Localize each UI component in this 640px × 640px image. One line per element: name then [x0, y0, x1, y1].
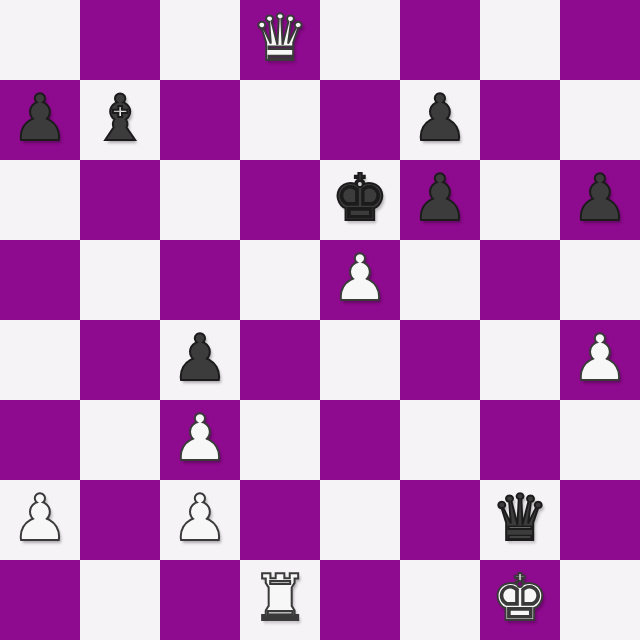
square-b5[interactable]	[80, 240, 160, 320]
square-a8[interactable]	[0, 0, 80, 80]
white-pawn-piece[interactable]: ♟	[571, 320, 628, 398]
square-h1[interactable]	[560, 560, 640, 640]
square-h6[interactable]: ♟	[560, 160, 640, 240]
square-c1[interactable]	[160, 560, 240, 640]
square-a4[interactable]	[0, 320, 80, 400]
white-pawn-piece[interactable]: ♟	[331, 240, 388, 318]
square-b8[interactable]	[80, 0, 160, 80]
square-a7[interactable]: ♟	[0, 80, 80, 160]
black-pawn-piece[interactable]: ♟	[171, 320, 228, 398]
square-d3[interactable]	[240, 400, 320, 480]
square-f7[interactable]: ♟	[400, 80, 480, 160]
square-f8[interactable]	[400, 0, 480, 80]
square-d7[interactable]	[240, 80, 320, 160]
square-c2[interactable]: ♟	[160, 480, 240, 560]
square-b3[interactable]	[80, 400, 160, 480]
black-pawn-piece[interactable]: ♟	[11, 80, 68, 158]
square-g4[interactable]	[480, 320, 560, 400]
square-c8[interactable]	[160, 0, 240, 80]
square-c7[interactable]	[160, 80, 240, 160]
square-a6[interactable]	[0, 160, 80, 240]
square-g5[interactable]	[480, 240, 560, 320]
square-e1[interactable]	[320, 560, 400, 640]
square-d4[interactable]	[240, 320, 320, 400]
white-queen-piece[interactable]: ♛	[251, 0, 308, 78]
white-king-piece[interactable]: ♚	[491, 560, 548, 638]
square-a5[interactable]	[0, 240, 80, 320]
square-h2[interactable]	[560, 480, 640, 560]
square-a3[interactable]	[0, 400, 80, 480]
square-h5[interactable]	[560, 240, 640, 320]
black-pawn-piece[interactable]: ♟	[411, 160, 468, 238]
black-bishop-piece[interactable]: ♝	[91, 80, 148, 158]
square-a2[interactable]: ♟	[0, 480, 80, 560]
white-rook-piece[interactable]: ♜	[251, 560, 308, 638]
square-g1[interactable]: ♚	[480, 560, 560, 640]
square-f6[interactable]: ♟	[400, 160, 480, 240]
square-b1[interactable]	[80, 560, 160, 640]
square-e3[interactable]	[320, 400, 400, 480]
square-h4[interactable]: ♟	[560, 320, 640, 400]
square-c3[interactable]: ♟	[160, 400, 240, 480]
square-d5[interactable]	[240, 240, 320, 320]
square-e5[interactable]: ♟	[320, 240, 400, 320]
square-g2[interactable]: ♛	[480, 480, 560, 560]
square-b7[interactable]: ♝	[80, 80, 160, 160]
square-f3[interactable]	[400, 400, 480, 480]
square-h8[interactable]	[560, 0, 640, 80]
black-pawn-piece[interactable]: ♟	[571, 160, 628, 238]
square-e2[interactable]	[320, 480, 400, 560]
square-c4[interactable]: ♟	[160, 320, 240, 400]
square-f1[interactable]	[400, 560, 480, 640]
black-pawn-piece[interactable]: ♟	[411, 80, 468, 158]
square-e8[interactable]	[320, 0, 400, 80]
square-g7[interactable]	[480, 80, 560, 160]
square-b2[interactable]	[80, 480, 160, 560]
square-g3[interactable]	[480, 400, 560, 480]
square-e4[interactable]	[320, 320, 400, 400]
square-g8[interactable]	[480, 0, 560, 80]
square-f4[interactable]	[400, 320, 480, 400]
square-c6[interactable]	[160, 160, 240, 240]
square-b4[interactable]	[80, 320, 160, 400]
square-f5[interactable]	[400, 240, 480, 320]
square-d2[interactable]	[240, 480, 320, 560]
black-queen-piece[interactable]: ♛	[491, 480, 548, 558]
square-h7[interactable]	[560, 80, 640, 160]
square-e6[interactable]: ♚	[320, 160, 400, 240]
square-h3[interactable]	[560, 400, 640, 480]
black-king-piece[interactable]: ♚	[331, 160, 388, 238]
square-c5[interactable]	[160, 240, 240, 320]
square-e7[interactable]	[320, 80, 400, 160]
square-f2[interactable]	[400, 480, 480, 560]
white-pawn-piece[interactable]: ♟	[11, 480, 68, 558]
square-d1[interactable]: ♜	[240, 560, 320, 640]
square-d6[interactable]	[240, 160, 320, 240]
chess-board: ♛♟♝♟♚♟♟♟♟♟♟♟♟♛♜♚	[0, 0, 640, 640]
square-d8[interactable]: ♛	[240, 0, 320, 80]
square-g6[interactable]	[480, 160, 560, 240]
square-a1[interactable]	[0, 560, 80, 640]
white-pawn-piece[interactable]: ♟	[171, 400, 228, 478]
square-b6[interactable]	[80, 160, 160, 240]
white-pawn-piece[interactable]: ♟	[171, 480, 228, 558]
